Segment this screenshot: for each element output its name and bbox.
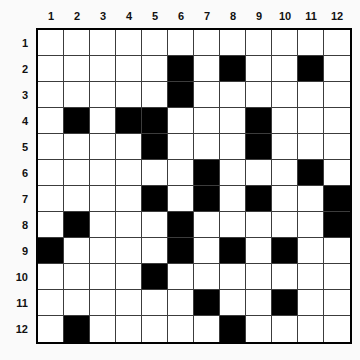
block-cell-r11c7	[194, 290, 220, 316]
white-cell-r9c5[interactable]	[142, 238, 168, 264]
white-cell-r2c9[interactable]	[246, 56, 272, 82]
white-cell-r3c1[interactable]	[38, 82, 64, 108]
white-cell-r3c3[interactable]	[90, 82, 116, 108]
block-cell-r3c6	[168, 82, 194, 108]
white-cell-r6c4[interactable]	[116, 160, 142, 186]
white-cell-r2c12[interactable]	[324, 56, 350, 82]
white-cell-r9c4[interactable]	[116, 238, 142, 264]
white-cell-r5c6[interactable]	[168, 134, 194, 160]
row-label-12: 12	[0, 316, 33, 342]
row-label-3: 3	[0, 82, 33, 108]
white-cell-r7c10[interactable]	[272, 186, 298, 212]
block-cell-r9c1	[38, 238, 64, 264]
puzzle-grid	[36, 28, 352, 344]
row-label-11: 11	[0, 290, 33, 316]
col-label-11: 11	[298, 6, 324, 26]
block-cell-r12c2	[64, 316, 90, 342]
column-coordinate-labels: 123456789101112	[38, 6, 350, 26]
white-cell-r4c11[interactable]	[298, 108, 324, 134]
white-cell-r6c2[interactable]	[64, 160, 90, 186]
white-cell-r2c3[interactable]	[90, 56, 116, 82]
white-cell-r1c10[interactable]	[272, 30, 298, 56]
block-cell-r6c11	[298, 160, 324, 186]
white-cell-r1c8[interactable]	[220, 30, 246, 56]
white-cell-r5c4[interactable]	[116, 134, 142, 160]
white-cell-r6c6[interactable]	[168, 160, 194, 186]
col-label-6: 6	[168, 6, 194, 26]
white-cell-r12c9[interactable]	[246, 316, 272, 342]
white-cell-r9c2[interactable]	[64, 238, 90, 264]
white-cell-r11c6[interactable]	[168, 290, 194, 316]
block-cell-r6c7	[194, 160, 220, 186]
white-cell-r10c4[interactable]	[116, 264, 142, 290]
white-cell-r10c12[interactable]	[324, 264, 350, 290]
white-cell-r8c9[interactable]	[246, 212, 272, 238]
white-cell-r7c6[interactable]	[168, 186, 194, 212]
white-cell-r7c1[interactable]	[38, 186, 64, 212]
white-cell-r11c1[interactable]	[38, 290, 64, 316]
white-cell-r5c12[interactable]	[324, 134, 350, 160]
block-cell-r7c7	[194, 186, 220, 212]
white-cell-r5c8[interactable]	[220, 134, 246, 160]
white-cell-r2c1[interactable]	[38, 56, 64, 82]
white-cell-r5c10[interactable]	[272, 134, 298, 160]
white-cell-r7c3[interactable]	[90, 186, 116, 212]
white-cell-r5c11[interactable]	[298, 134, 324, 160]
block-cell-r5c9	[246, 134, 272, 160]
white-cell-r3c7[interactable]	[194, 82, 220, 108]
white-cell-r3c12[interactable]	[324, 82, 350, 108]
white-cell-r10c10[interactable]	[272, 264, 298, 290]
white-cell-r5c1[interactable]	[38, 134, 64, 160]
block-cell-r8c2	[64, 212, 90, 238]
block-cell-r7c5	[142, 186, 168, 212]
block-cell-r11c10	[272, 290, 298, 316]
white-cell-r7c2[interactable]	[64, 186, 90, 212]
block-cell-r7c12	[324, 186, 350, 212]
row-label-7: 7	[0, 186, 33, 212]
white-cell-r6c12[interactable]	[324, 160, 350, 186]
white-cell-r1c12[interactable]	[324, 30, 350, 56]
white-cell-r1c4[interactable]	[116, 30, 142, 56]
block-cell-r2c8	[220, 56, 246, 82]
white-cell-r4c8[interactable]	[220, 108, 246, 134]
white-cell-r9c9[interactable]	[246, 238, 272, 264]
white-cell-r3c8[interactable]	[220, 82, 246, 108]
white-cell-r6c8[interactable]	[220, 160, 246, 186]
col-label-2: 2	[64, 6, 90, 26]
white-cell-r4c1[interactable]	[38, 108, 64, 134]
white-cell-r6c1[interactable]	[38, 160, 64, 186]
white-cell-r4c10[interactable]	[272, 108, 298, 134]
row-label-9: 9	[0, 238, 33, 264]
white-cell-r1c5[interactable]	[142, 30, 168, 56]
white-cell-r8c10[interactable]	[272, 212, 298, 238]
white-cell-r4c6[interactable]	[168, 108, 194, 134]
white-cell-r10c1[interactable]	[38, 264, 64, 290]
block-cell-r2c11	[298, 56, 324, 82]
white-cell-r11c8[interactable]	[220, 290, 246, 316]
white-cell-r10c6[interactable]	[168, 264, 194, 290]
block-cell-r7c9	[246, 186, 272, 212]
white-cell-r3c4[interactable]	[116, 82, 142, 108]
white-cell-r1c9[interactable]	[246, 30, 272, 56]
white-cell-r3c10[interactable]	[272, 82, 298, 108]
white-cell-r11c3[interactable]	[90, 290, 116, 316]
white-cell-r11c4[interactable]	[116, 290, 142, 316]
col-label-9: 9	[246, 6, 272, 26]
white-cell-r8c4[interactable]	[116, 212, 142, 238]
block-cell-r8c6	[168, 212, 194, 238]
row-coordinate-labels: 123456789101112	[0, 30, 33, 342]
white-cell-r6c10[interactable]	[272, 160, 298, 186]
white-cell-r6c3[interactable]	[90, 160, 116, 186]
block-cell-r9c6	[168, 238, 194, 264]
white-cell-r11c12[interactable]	[324, 290, 350, 316]
white-cell-r1c6[interactable]	[168, 30, 194, 56]
white-cell-r9c7[interactable]	[194, 238, 220, 264]
white-cell-r10c3[interactable]	[90, 264, 116, 290]
col-label-7: 7	[194, 6, 220, 26]
white-cell-r8c8[interactable]	[220, 212, 246, 238]
white-cell-r12c3[interactable]	[90, 316, 116, 342]
white-cell-r11c11[interactable]	[298, 290, 324, 316]
white-cell-r8c5[interactable]	[142, 212, 168, 238]
col-label-5: 5	[142, 6, 168, 26]
white-cell-r1c3[interactable]	[90, 30, 116, 56]
white-cell-r2c4[interactable]	[116, 56, 142, 82]
row-label-6: 6	[0, 160, 33, 186]
block-cell-r12c8	[220, 316, 246, 342]
block-cell-r8c12	[324, 212, 350, 238]
white-cell-r11c9[interactable]	[246, 290, 272, 316]
white-cell-r7c8[interactable]	[220, 186, 246, 212]
white-cell-r6c5[interactable]	[142, 160, 168, 186]
white-cell-r2c2[interactable]	[64, 56, 90, 82]
row-label-8: 8	[0, 212, 33, 238]
row-label-2: 2	[0, 56, 33, 82]
white-cell-r10c9[interactable]	[246, 264, 272, 290]
white-cell-r6c9[interactable]	[246, 160, 272, 186]
white-cell-r11c5[interactable]	[142, 290, 168, 316]
row-label-10: 10	[0, 264, 33, 290]
white-cell-r8c1[interactable]	[38, 212, 64, 238]
white-cell-r12c7[interactable]	[194, 316, 220, 342]
white-cell-r1c7[interactable]	[194, 30, 220, 56]
white-cell-r10c11[interactable]	[298, 264, 324, 290]
white-cell-r8c3[interactable]	[90, 212, 116, 238]
white-cell-r7c4[interactable]	[116, 186, 142, 212]
white-cell-r10c8[interactable]	[220, 264, 246, 290]
white-cell-r2c5[interactable]	[142, 56, 168, 82]
white-cell-r4c12[interactable]	[324, 108, 350, 134]
white-cell-r12c1[interactable]	[38, 316, 64, 342]
block-cell-r10c5	[142, 264, 168, 290]
col-label-4: 4	[116, 6, 142, 26]
white-cell-r10c7[interactable]	[194, 264, 220, 290]
block-cell-r4c9	[246, 108, 272, 134]
block-cell-r4c4	[116, 108, 142, 134]
white-cell-r1c1[interactable]	[38, 30, 64, 56]
white-cell-r12c10[interactable]	[272, 316, 298, 342]
white-cell-r10c2[interactable]	[64, 264, 90, 290]
white-cell-r2c10[interactable]	[272, 56, 298, 82]
row-label-4: 4	[0, 108, 33, 134]
white-cell-r5c3[interactable]	[90, 134, 116, 160]
white-cell-r8c7[interactable]	[194, 212, 220, 238]
white-cell-r9c12[interactable]	[324, 238, 350, 264]
white-cell-r2c7[interactable]	[194, 56, 220, 82]
puzzle-stage: 123456789101112 123456789101112	[0, 0, 360, 360]
white-cell-r9c11[interactable]	[298, 238, 324, 264]
white-cell-r12c6[interactable]	[168, 316, 194, 342]
col-label-3: 3	[90, 6, 116, 26]
white-cell-r12c11[interactable]	[298, 316, 324, 342]
white-cell-r5c7[interactable]	[194, 134, 220, 160]
white-cell-r7c11[interactable]	[298, 186, 324, 212]
white-cell-r3c5[interactable]	[142, 82, 168, 108]
block-cell-r9c10	[272, 238, 298, 264]
white-cell-r8c11[interactable]	[298, 212, 324, 238]
col-label-8: 8	[220, 6, 246, 26]
white-cell-r12c4[interactable]	[116, 316, 142, 342]
white-cell-r1c2[interactable]	[64, 30, 90, 56]
white-cell-r12c5[interactable]	[142, 316, 168, 342]
white-cell-r9c3[interactable]	[90, 238, 116, 264]
row-label-5: 5	[0, 134, 33, 160]
white-cell-r3c11[interactable]	[298, 82, 324, 108]
white-cell-r3c9[interactable]	[246, 82, 272, 108]
white-cell-r11c2[interactable]	[64, 290, 90, 316]
block-cell-r4c2	[64, 108, 90, 134]
block-cell-r9c8	[220, 238, 246, 264]
white-cell-r3c2[interactable]	[64, 82, 90, 108]
block-cell-r2c6	[168, 56, 194, 82]
row-label-1: 1	[0, 30, 33, 56]
block-cell-r4c5	[142, 108, 168, 134]
col-label-1: 1	[38, 6, 64, 26]
col-label-10: 10	[272, 6, 298, 26]
white-cell-r12c12[interactable]	[324, 316, 350, 342]
white-cell-r4c3[interactable]	[90, 108, 116, 134]
white-cell-r1c11[interactable]	[298, 30, 324, 56]
col-label-12: 12	[324, 6, 350, 26]
block-cell-r5c5	[142, 134, 168, 160]
white-cell-r4c7[interactable]	[194, 108, 220, 134]
white-cell-r5c2[interactable]	[64, 134, 90, 160]
